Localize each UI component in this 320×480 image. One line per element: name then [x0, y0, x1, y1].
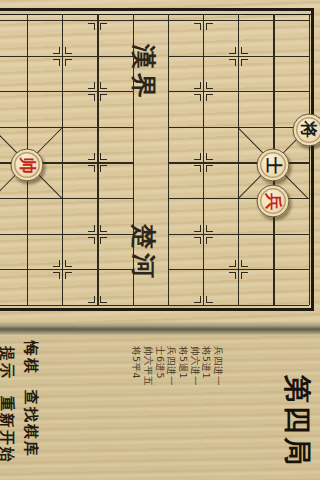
- point-marker: [88, 165, 95, 172]
- point-marker: [241, 260, 248, 267]
- point-marker: [100, 94, 107, 101]
- point-marker: [88, 225, 95, 232]
- piece-red-general[interactable]: 帅: [11, 149, 44, 182]
- piece-glyph: 兵: [265, 193, 282, 210]
- point-marker: [100, 296, 107, 303]
- piece-glyph: 将: [300, 121, 317, 138]
- file-line: [0, 91, 133, 92]
- point-marker: [241, 47, 248, 54]
- rank-line: [238, 14, 239, 305]
- xiangqi-app-screen: 帅将士兵 漢界 楚河 第四局 兵四进一将5进1帅六进一将5退1兵四进一士6进5帅…: [0, 0, 320, 480]
- point-marker: [65, 260, 72, 267]
- point-marker: [65, 59, 72, 66]
- file-line: [0, 305, 309, 306]
- file-line: [168, 91, 309, 92]
- rank-line: [168, 14, 169, 305]
- board-edge-groove: [0, 322, 320, 335]
- piece-glyph: 士: [265, 157, 282, 174]
- point-marker: [65, 47, 72, 54]
- file-line: [0, 234, 133, 235]
- menu-restart-button[interactable]: 重新开始: [0, 396, 14, 464]
- point-marker: [206, 23, 213, 30]
- rank-line: [203, 14, 204, 305]
- file-line: [168, 56, 309, 57]
- point-marker: [100, 237, 107, 244]
- point-marker: [206, 153, 213, 160]
- board-frame-right-outer: [311, 8, 314, 311]
- point-marker: [53, 260, 60, 267]
- point-marker: [194, 225, 201, 232]
- board-frame-bottom-outer: [0, 308, 314, 311]
- file-line: [168, 234, 309, 235]
- point-marker: [100, 165, 107, 172]
- point-marker: [88, 296, 95, 303]
- point-marker: [53, 47, 60, 54]
- rank-line: [62, 14, 63, 305]
- move-entry: 兵四进一: [166, 346, 177, 386]
- point-marker: [88, 23, 95, 30]
- board-frame-top-inner: [0, 14, 314, 15]
- control-panel: 第四局 兵四进一将5进1帅六进一将5退1兵四进一士6进5帅六平五将5平4 悔棋 …: [0, 335, 320, 480]
- point-marker: [229, 272, 236, 279]
- xiangqi-board[interactable]: 帅将士兵 漢界 楚河: [0, 0, 320, 324]
- file-line: [0, 20, 309, 21]
- point-marker: [100, 23, 107, 30]
- point-marker: [100, 82, 107, 89]
- menu-undo-button[interactable]: 悔棋: [23, 341, 38, 375]
- move-entry: 帅六进一: [190, 346, 201, 386]
- point-marker: [229, 47, 236, 54]
- point-marker: [229, 260, 236, 267]
- point-marker: [241, 59, 248, 66]
- point-marker: [194, 237, 201, 244]
- point-marker: [206, 225, 213, 232]
- point-marker: [194, 82, 201, 89]
- point-marker: [206, 82, 213, 89]
- point-marker: [194, 153, 201, 160]
- menu-hint-button[interactable]: 提示: [0, 346, 14, 380]
- point-marker: [53, 272, 60, 279]
- move-entry: 帅六平五: [143, 346, 154, 386]
- point-marker: [241, 272, 248, 279]
- point-marker: [194, 165, 201, 172]
- point-marker: [194, 23, 201, 30]
- point-marker: [194, 94, 201, 101]
- rank-line: [97, 14, 98, 305]
- file-line: [168, 269, 309, 270]
- point-marker: [53, 59, 60, 66]
- river-label-chu: 楚河: [130, 224, 156, 282]
- point-marker: [194, 296, 201, 303]
- game-title: 第四局: [282, 375, 312, 468]
- file-line: [0, 127, 133, 128]
- point-marker: [206, 165, 213, 172]
- point-marker: [206, 296, 213, 303]
- move-entry: 将5进1: [201, 346, 212, 379]
- piece-black-general[interactable]: 将: [292, 113, 320, 146]
- piece-black-advisor[interactable]: 士: [257, 149, 290, 182]
- move-entry: 将5平4: [131, 346, 142, 379]
- move-entry: 兵四进一: [213, 346, 224, 386]
- point-marker: [88, 237, 95, 244]
- point-marker: [88, 82, 95, 89]
- river-label-han: 漢界: [130, 44, 156, 102]
- point-marker: [229, 59, 236, 66]
- point-marker: [100, 225, 107, 232]
- point-marker: [65, 272, 72, 279]
- point-marker: [100, 153, 107, 160]
- board-frame-top-outer: [0, 8, 314, 11]
- move-entry: 士6进5: [155, 346, 166, 379]
- point-marker: [88, 153, 95, 160]
- point-marker: [88, 94, 95, 101]
- move-entry: 将5退1: [178, 346, 189, 379]
- menu-search-library-button[interactable]: 查找棋库: [23, 390, 38, 458]
- file-line: [0, 56, 133, 57]
- piece-glyph: 帅: [19, 157, 36, 174]
- point-marker: [206, 94, 213, 101]
- piece-red-soldier[interactable]: 兵: [257, 185, 290, 218]
- file-line: [0, 269, 133, 270]
- rank-line: [309, 14, 310, 305]
- point-marker: [206, 237, 213, 244]
- file-line: [0, 198, 133, 199]
